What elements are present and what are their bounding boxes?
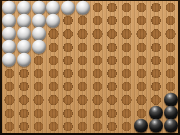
- board-cell[interactable]: [61, 80, 76, 93]
- board-cell[interactable]: [149, 120, 164, 133]
- white-marble[interactable]: [46, 0, 60, 14]
- board-cell[interactable]: [31, 93, 46, 106]
- board-cell[interactable]: [46, 41, 61, 54]
- board-cell[interactable]: [61, 14, 76, 27]
- black-marble[interactable]: [164, 106, 178, 120]
- board-cell[interactable]: [90, 14, 105, 27]
- board-cell[interactable]: [90, 54, 105, 67]
- board-cell[interactable]: [31, 67, 46, 80]
- board-cell[interactable]: [134, 107, 149, 120]
- white-marble[interactable]: [46, 14, 60, 28]
- board-cell[interactable]: [46, 14, 61, 27]
- board-cell[interactable]: [119, 93, 134, 106]
- board-cell[interactable]: [61, 107, 76, 120]
- white-marble[interactable]: [32, 27, 46, 41]
- board-cell[interactable]: [134, 27, 149, 40]
- board-cell[interactable]: [75, 67, 90, 80]
- board-cell[interactable]: [17, 14, 32, 27]
- board-cell[interactable]: [75, 120, 90, 133]
- board-cell[interactable]: [2, 67, 17, 80]
- board-cell[interactable]: [163, 80, 178, 93]
- board-cell[interactable]: [46, 27, 61, 40]
- black-marble[interactable]: [149, 119, 163, 133]
- board-cell[interactable]: [90, 67, 105, 80]
- board-cell[interactable]: [31, 27, 46, 40]
- board-cell[interactable]: [149, 80, 164, 93]
- board-cell[interactable]: [119, 14, 134, 27]
- board-cell[interactable]: [2, 80, 17, 93]
- board-cell[interactable]: [163, 120, 178, 133]
- board-cell[interactable]: [119, 1, 134, 14]
- board-cell[interactable]: [105, 120, 120, 133]
- board-cell[interactable]: [134, 67, 149, 80]
- board-cell[interactable]: [105, 80, 120, 93]
- board-cell[interactable]: [149, 67, 164, 80]
- board-cell[interactable]: [46, 54, 61, 67]
- board-cell[interactable]: [134, 41, 149, 54]
- board-cell[interactable]: [163, 93, 178, 106]
- board-cell[interactable]: [163, 1, 178, 14]
- board-cell[interactable]: [17, 93, 32, 106]
- board-cell[interactable]: [46, 67, 61, 80]
- board-cell[interactable]: [119, 67, 134, 80]
- board-cell[interactable]: [134, 93, 149, 106]
- board-cell[interactable]: [149, 27, 164, 40]
- board-cell[interactable]: [61, 27, 76, 40]
- board-cell[interactable]: [134, 1, 149, 14]
- board-cell[interactable]: [90, 80, 105, 93]
- board-cell[interactable]: [163, 54, 178, 67]
- board-cell[interactable]: [31, 1, 46, 14]
- board-cell[interactable]: [2, 1, 17, 14]
- board-cell[interactable]: [119, 54, 134, 67]
- board-cell[interactable]: [149, 93, 164, 106]
- white-marble[interactable]: [17, 14, 31, 28]
- board-cell[interactable]: [61, 67, 76, 80]
- white-marble[interactable]: [17, 0, 31, 14]
- board-cell[interactable]: [31, 41, 46, 54]
- white-marble[interactable]: [2, 0, 16, 14]
- board-cell[interactable]: [2, 14, 17, 27]
- board-cell[interactable]: [46, 107, 61, 120]
- board-cell[interactable]: [75, 27, 90, 40]
- board-cell[interactable]: [105, 1, 120, 14]
- board-cell[interactable]: [90, 93, 105, 106]
- board-cell[interactable]: [2, 27, 17, 40]
- board-cell[interactable]: [90, 27, 105, 40]
- board-cell[interactable]: [17, 120, 32, 133]
- board-cell[interactable]: [31, 54, 46, 67]
- board-cell[interactable]: [17, 27, 32, 40]
- board-cell[interactable]: [2, 54, 17, 67]
- board-cell[interactable]: [134, 120, 149, 133]
- white-marble[interactable]: [76, 0, 90, 14]
- white-marble[interactable]: [2, 53, 16, 67]
- board-cell[interactable]: [2, 93, 17, 106]
- board-cell[interactable]: [163, 41, 178, 54]
- game-board: [2, 1, 178, 133]
- board-cell[interactable]: [119, 27, 134, 40]
- board-cell[interactable]: [119, 41, 134, 54]
- board-cell[interactable]: [75, 41, 90, 54]
- board-cell[interactable]: [90, 120, 105, 133]
- board-cell[interactable]: [31, 120, 46, 133]
- board-cell[interactable]: [2, 107, 17, 120]
- black-marble[interactable]: [164, 93, 178, 107]
- board-cell[interactable]: [163, 67, 178, 80]
- board-cell[interactable]: [46, 1, 61, 14]
- board-cell[interactable]: [90, 41, 105, 54]
- board-cell[interactable]: [134, 14, 149, 27]
- board-cell[interactable]: [105, 54, 120, 67]
- board-cell[interactable]: [105, 27, 120, 40]
- board-cell[interactable]: [149, 14, 164, 27]
- board-cell[interactable]: [105, 67, 120, 80]
- board-cell[interactable]: [31, 80, 46, 93]
- board-cell[interactable]: [75, 107, 90, 120]
- black-marble[interactable]: [149, 106, 163, 120]
- board-cell[interactable]: [105, 93, 120, 106]
- board-cell[interactable]: [61, 1, 76, 14]
- board-cell[interactable]: [163, 27, 178, 40]
- board-cell[interactable]: [90, 1, 105, 14]
- board-cell[interactable]: [61, 41, 76, 54]
- board-cell[interactable]: [119, 80, 134, 93]
- white-marble[interactable]: [17, 40, 31, 54]
- board-cell[interactable]: [119, 120, 134, 133]
- white-marble[interactable]: [32, 14, 46, 28]
- white-marble[interactable]: [61, 0, 75, 14]
- white-marble[interactable]: [2, 14, 16, 28]
- board-cell[interactable]: [75, 14, 90, 27]
- board-cell[interactable]: [163, 107, 178, 120]
- board-cell[interactable]: [17, 41, 32, 54]
- board-cell[interactable]: [2, 41, 17, 54]
- board-cell[interactable]: [75, 93, 90, 106]
- board-cell[interactable]: [105, 14, 120, 27]
- white-marble[interactable]: [2, 40, 16, 54]
- board-cell[interactable]: [134, 80, 149, 93]
- board-cell[interactable]: [90, 107, 105, 120]
- board-cell[interactable]: [17, 80, 32, 93]
- board-cell[interactable]: [163, 14, 178, 27]
- board-cell[interactable]: [105, 107, 120, 120]
- board-cell[interactable]: [105, 41, 120, 54]
- board-cell[interactable]: [149, 41, 164, 54]
- black-marble[interactable]: [164, 119, 178, 133]
- board-cell[interactable]: [46, 93, 61, 106]
- white-marble[interactable]: [2, 27, 16, 41]
- board-cell[interactable]: [17, 107, 32, 120]
- board-cell[interactable]: [31, 14, 46, 27]
- board-cell[interactable]: [149, 1, 164, 14]
- board-cell[interactable]: [17, 54, 32, 67]
- board-cell[interactable]: [149, 107, 164, 120]
- black-marble[interactable]: [134, 119, 148, 133]
- board-cell[interactable]: [149, 54, 164, 67]
- board-cell[interactable]: [134, 54, 149, 67]
- white-marble[interactable]: [17, 27, 31, 41]
- board-cell[interactable]: [75, 1, 90, 14]
- board-cell[interactable]: [2, 120, 17, 133]
- board-cell[interactable]: [75, 80, 90, 93]
- white-marble[interactable]: [17, 53, 31, 67]
- board-cell[interactable]: [61, 120, 76, 133]
- board-cell[interactable]: [31, 107, 46, 120]
- board-cell[interactable]: [75, 54, 90, 67]
- board-cell[interactable]: [119, 107, 134, 120]
- white-marble[interactable]: [32, 40, 46, 54]
- white-marble[interactable]: [32, 0, 46, 14]
- board-cell[interactable]: [17, 67, 32, 80]
- board-cell[interactable]: [17, 1, 32, 14]
- game-window: [0, 0, 180, 135]
- board-cell[interactable]: [61, 93, 76, 106]
- board-cell[interactable]: [61, 54, 76, 67]
- board-cell[interactable]: [46, 80, 61, 93]
- board-cell[interactable]: [46, 120, 61, 133]
